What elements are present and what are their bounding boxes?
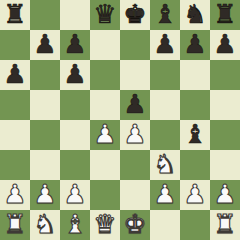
square-g6[interactable] — [180, 60, 210, 90]
piece-black-pawn[interactable]: ♟ — [153, 29, 176, 59]
piece-white-pawn[interactable]: ♟ — [213, 179, 236, 209]
square-h7[interactable]: ♟ — [210, 30, 240, 60]
square-d1[interactable]: ♛ — [90, 210, 120, 240]
chess-board: ♜♛♚♝♞♜♟♟♟♟♟♟♟♟♟♟♝♞♟♟♟♟♟♟♜♞♝♛♚♜ — [0, 0, 240, 240]
square-a2[interactable]: ♟ — [0, 180, 30, 210]
piece-white-knight[interactable]: ♞ — [33, 209, 56, 239]
square-f4[interactable] — [150, 120, 180, 150]
piece-white-pawn[interactable]: ♟ — [123, 119, 146, 149]
square-e4[interactable]: ♟ — [120, 120, 150, 150]
square-h2[interactable]: ♟ — [210, 180, 240, 210]
square-a6[interactable]: ♟ — [0, 60, 30, 90]
square-d4[interactable]: ♟ — [90, 120, 120, 150]
square-b6[interactable] — [30, 60, 60, 90]
piece-black-rook[interactable]: ♜ — [3, 0, 26, 29]
square-g5[interactable] — [180, 90, 210, 120]
square-f7[interactable]: ♟ — [150, 30, 180, 60]
piece-black-pawn[interactable]: ♟ — [33, 29, 56, 59]
square-d7[interactable] — [90, 30, 120, 60]
square-e5[interactable]: ♟ — [120, 90, 150, 120]
piece-white-queen[interactable]: ♛ — [93, 209, 116, 239]
square-d8[interactable]: ♛ — [90, 0, 120, 30]
piece-white-pawn[interactable]: ♟ — [183, 179, 206, 209]
square-h6[interactable] — [210, 60, 240, 90]
piece-white-pawn[interactable]: ♟ — [153, 179, 176, 209]
piece-black-bishop[interactable]: ♝ — [183, 119, 206, 149]
square-c4[interactable] — [60, 120, 90, 150]
square-c2[interactable]: ♟ — [60, 180, 90, 210]
square-e3[interactable] — [120, 150, 150, 180]
square-h5[interactable] — [210, 90, 240, 120]
square-h4[interactable] — [210, 120, 240, 150]
square-h8[interactable]: ♜ — [210, 0, 240, 30]
square-e2[interactable] — [120, 180, 150, 210]
piece-white-rook[interactable]: ♜ — [3, 209, 26, 239]
square-f5[interactable] — [150, 90, 180, 120]
square-b7[interactable]: ♟ — [30, 30, 60, 60]
piece-white-rook[interactable]: ♜ — [213, 209, 236, 239]
square-f1[interactable] — [150, 210, 180, 240]
square-a1[interactable]: ♜ — [0, 210, 30, 240]
piece-black-king[interactable]: ♚ — [123, 0, 146, 29]
piece-black-pawn[interactable]: ♟ — [183, 29, 206, 59]
square-c3[interactable] — [60, 150, 90, 180]
square-g7[interactable]: ♟ — [180, 30, 210, 60]
piece-white-pawn[interactable]: ♟ — [3, 179, 26, 209]
square-f6[interactable] — [150, 60, 180, 90]
square-b3[interactable] — [30, 150, 60, 180]
square-b5[interactable] — [30, 90, 60, 120]
square-e7[interactable] — [120, 30, 150, 60]
piece-white-bishop[interactable]: ♝ — [63, 209, 86, 239]
piece-white-pawn[interactable]: ♟ — [93, 119, 116, 149]
square-c8[interactable] — [60, 0, 90, 30]
square-a5[interactable] — [0, 90, 30, 120]
piece-white-knight[interactable]: ♞ — [153, 149, 176, 179]
square-f2[interactable]: ♟ — [150, 180, 180, 210]
piece-black-pawn[interactable]: ♟ — [123, 89, 146, 119]
square-a8[interactable]: ♜ — [0, 0, 30, 30]
square-h1[interactable]: ♜ — [210, 210, 240, 240]
square-g2[interactable]: ♟ — [180, 180, 210, 210]
square-d2[interactable] — [90, 180, 120, 210]
piece-white-pawn[interactable]: ♟ — [63, 179, 86, 209]
square-c6[interactable]: ♟ — [60, 60, 90, 90]
square-c5[interactable] — [60, 90, 90, 120]
piece-black-pawn[interactable]: ♟ — [213, 29, 236, 59]
piece-black-rook[interactable]: ♜ — [213, 0, 236, 29]
square-g1[interactable] — [180, 210, 210, 240]
square-e8[interactable]: ♚ — [120, 0, 150, 30]
piece-black-pawn[interactable]: ♟ — [3, 59, 26, 89]
square-b8[interactable] — [30, 0, 60, 30]
square-e1[interactable]: ♚ — [120, 210, 150, 240]
square-d6[interactable] — [90, 60, 120, 90]
square-d5[interactable] — [90, 90, 120, 120]
square-a7[interactable] — [0, 30, 30, 60]
square-a4[interactable] — [0, 120, 30, 150]
piece-white-king[interactable]: ♚ — [123, 209, 146, 239]
square-f3[interactable]: ♞ — [150, 150, 180, 180]
square-c7[interactable]: ♟ — [60, 30, 90, 60]
square-h3[interactable] — [210, 150, 240, 180]
square-e6[interactable] — [120, 60, 150, 90]
square-f8[interactable]: ♝ — [150, 0, 180, 30]
piece-black-pawn[interactable]: ♟ — [63, 59, 86, 89]
piece-black-pawn[interactable]: ♟ — [63, 29, 86, 59]
square-b1[interactable]: ♞ — [30, 210, 60, 240]
square-g4[interactable]: ♝ — [180, 120, 210, 150]
square-c1[interactable]: ♝ — [60, 210, 90, 240]
piece-black-queen[interactable]: ♛ — [93, 0, 116, 29]
square-b2[interactable]: ♟ — [30, 180, 60, 210]
square-b4[interactable] — [30, 120, 60, 150]
square-d3[interactable] — [90, 150, 120, 180]
piece-black-bishop[interactable]: ♝ — [153, 0, 176, 29]
square-g3[interactable] — [180, 150, 210, 180]
piece-black-knight[interactable]: ♞ — [183, 0, 206, 29]
square-a3[interactable] — [0, 150, 30, 180]
piece-white-pawn[interactable]: ♟ — [33, 179, 56, 209]
square-g8[interactable]: ♞ — [180, 0, 210, 30]
